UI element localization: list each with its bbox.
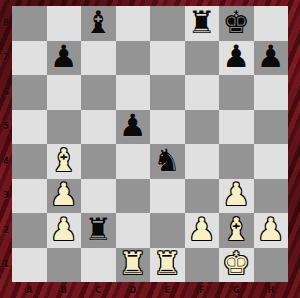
square-c4[interactable]	[81, 144, 116, 179]
square-d3[interactable]	[116, 179, 151, 214]
square-g1[interactable]: ♚	[219, 248, 254, 283]
black-pawn-g7[interactable]: ♟	[222, 41, 250, 72]
square-c3[interactable]	[81, 179, 116, 214]
square-c5[interactable]	[81, 110, 116, 145]
square-e7[interactable]	[150, 41, 185, 76]
square-c8[interactable]: ♝	[81, 6, 116, 41]
rank-label-6: 6	[0, 75, 12, 110]
square-g2[interactable]: ♝	[219, 213, 254, 248]
file-label-b: B	[47, 282, 82, 298]
square-b7[interactable]: ♟	[47, 41, 82, 76]
square-h7[interactable]: ♟	[254, 41, 289, 76]
square-b2[interactable]: ♟	[47, 213, 82, 248]
square-e3[interactable]	[150, 179, 185, 214]
square-b1[interactable]	[47, 248, 82, 283]
square-g6[interactable]	[219, 75, 254, 110]
file-label-a: A	[12, 282, 47, 298]
square-b6[interactable]	[47, 75, 82, 110]
square-f7[interactable]	[185, 41, 220, 76]
black-bishop-c8[interactable]: ♝	[84, 7, 112, 38]
square-f2[interactable]: ♟	[185, 213, 220, 248]
square-e8[interactable]	[150, 6, 185, 41]
square-g8[interactable]: ♚	[219, 6, 254, 41]
square-f5[interactable]	[185, 110, 220, 145]
square-b3[interactable]: ♟	[47, 179, 82, 214]
black-pawn-b7[interactable]: ♟	[50, 41, 78, 72]
square-h8[interactable]	[254, 6, 289, 41]
white-pawn-b3[interactable]: ♟	[50, 179, 78, 210]
rank-label-2: 2	[0, 213, 12, 248]
square-d7[interactable]	[116, 41, 151, 76]
square-c7[interactable]	[81, 41, 116, 76]
file-label-g: G	[219, 282, 254, 298]
white-rook-d1[interactable]: ♜	[119, 248, 147, 279]
square-f3[interactable]	[185, 179, 220, 214]
square-d6[interactable]	[116, 75, 151, 110]
black-knight-e4[interactable]: ♞	[153, 145, 181, 176]
white-pawn-f2[interactable]: ♟	[188, 214, 216, 245]
rank-label-4: 4	[0, 144, 12, 179]
file-label-f: F	[185, 282, 220, 298]
square-c2[interactable]: ♜	[81, 213, 116, 248]
square-h3[interactable]	[254, 179, 289, 214]
rank-label-3: 3	[0, 179, 12, 214]
black-rook-f8[interactable]: ♜	[188, 7, 216, 38]
square-b8[interactable]	[47, 6, 82, 41]
black-pawn-h7[interactable]: ♟	[257, 41, 285, 72]
file-label-e: E	[150, 282, 185, 298]
rank-label-5: 5	[0, 110, 12, 145]
white-pawn-g3[interactable]: ♟	[222, 179, 250, 210]
square-e2[interactable]	[150, 213, 185, 248]
file-labels: ABCDEFGH	[12, 282, 288, 298]
black-rook-c2[interactable]: ♜	[84, 214, 112, 245]
square-g3[interactable]: ♟	[219, 179, 254, 214]
square-b5[interactable]	[47, 110, 82, 145]
white-bishop-g2[interactable]: ♝	[222, 214, 250, 245]
square-a1[interactable]	[12, 248, 47, 283]
rank-label-1: 1	[0, 248, 12, 283]
square-c1[interactable]	[81, 248, 116, 283]
square-c6[interactable]	[81, 75, 116, 110]
white-king-g1[interactable]: ♚	[222, 248, 250, 279]
square-f6[interactable]	[185, 75, 220, 110]
chess-board: ♝♜♚♟♟♟♟♝♞♟♟♟♜♟♝♟♜♜♚	[12, 6, 288, 282]
square-e5[interactable]	[150, 110, 185, 145]
white-pawn-h2[interactable]: ♟	[257, 214, 285, 245]
square-h1[interactable]	[254, 248, 289, 283]
square-e1[interactable]: ♜	[150, 248, 185, 283]
square-d2[interactable]	[116, 213, 151, 248]
square-b4[interactable]: ♝	[47, 144, 82, 179]
file-label-c: C	[81, 282, 116, 298]
square-d5[interactable]: ♟	[116, 110, 151, 145]
square-f8[interactable]: ♜	[185, 6, 220, 41]
black-king-g8[interactable]: ♚	[222, 7, 250, 38]
rank-label-8: 8	[0, 6, 12, 41]
square-f4[interactable]	[185, 144, 220, 179]
square-a4[interactable]	[12, 144, 47, 179]
square-a8[interactable]	[12, 6, 47, 41]
square-h2[interactable]: ♟	[254, 213, 289, 248]
square-d8[interactable]	[116, 6, 151, 41]
square-a5[interactable]	[12, 110, 47, 145]
white-pawn-b2[interactable]: ♟	[50, 214, 78, 245]
square-h5[interactable]	[254, 110, 289, 145]
square-d1[interactable]: ♜	[116, 248, 151, 283]
square-h4[interactable]	[254, 144, 289, 179]
file-label-h: H	[254, 282, 289, 298]
white-bishop-b4[interactable]: ♝	[50, 145, 78, 176]
square-g5[interactable]	[219, 110, 254, 145]
square-g4[interactable]	[219, 144, 254, 179]
square-g7[interactable]: ♟	[219, 41, 254, 76]
square-e4[interactable]: ♞	[150, 144, 185, 179]
square-a7[interactable]	[12, 41, 47, 76]
square-f1[interactable]	[185, 248, 220, 283]
square-a6[interactable]	[12, 75, 47, 110]
white-rook-e1[interactable]: ♜	[153, 248, 181, 279]
square-a2[interactable]	[12, 213, 47, 248]
square-h6[interactable]	[254, 75, 289, 110]
rank-labels: 87654321	[0, 6, 12, 282]
square-e6[interactable]	[150, 75, 185, 110]
square-a3[interactable]	[12, 179, 47, 214]
square-d4[interactable]	[116, 144, 151, 179]
chess-board-frame: ♝♜♚♟♟♟♟♝♞♟♟♟♜♟♝♟♜♜♚ 87654321 ABCDEFGH	[0, 0, 300, 298]
black-pawn-d5[interactable]: ♟	[119, 110, 147, 141]
file-label-d: D	[116, 282, 151, 298]
rank-label-7: 7	[0, 41, 12, 76]
